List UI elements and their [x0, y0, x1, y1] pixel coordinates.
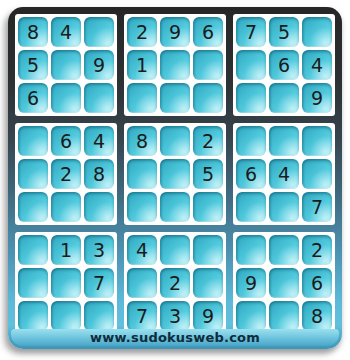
cell-r8c8[interactable] — [269, 268, 299, 298]
sudoku-box-9: 2968 — [233, 232, 335, 334]
cell-r4c5[interactable] — [160, 126, 190, 156]
footer-bar: www.sudokusweb.com — [11, 329, 339, 346]
cell-r4c6[interactable]: 2 — [193, 126, 223, 156]
page: 845962961756496428825647137427392968 www… — [0, 0, 350, 360]
cell-r2c8[interactable]: 6 — [269, 50, 299, 80]
cell-r9c9[interactable]: 8 — [302, 301, 332, 331]
cell-r4c2[interactable]: 6 — [51, 126, 81, 156]
cell-r2c2[interactable] — [51, 50, 81, 80]
cell-r4c9[interactable] — [302, 126, 332, 156]
cell-r5c1[interactable] — [18, 159, 48, 189]
cell-r7c7[interactable] — [236, 235, 266, 265]
sudoku-box-8: 42739 — [124, 232, 226, 334]
cell-r5c9[interactable] — [302, 159, 332, 189]
cell-r9c6[interactable]: 9 — [193, 301, 223, 331]
cell-r2c7[interactable] — [236, 50, 266, 80]
sudoku-box-2: 2961 — [124, 14, 226, 116]
cell-r4c4[interactable]: 8 — [127, 126, 157, 156]
cell-r6c3[interactable] — [84, 192, 114, 222]
sudoku-box-1: 84596 — [15, 14, 117, 116]
cell-r7c9[interactable]: 2 — [302, 235, 332, 265]
cell-r2c6[interactable] — [193, 50, 223, 80]
cell-r7c8[interactable] — [269, 235, 299, 265]
cell-r4c8[interactable] — [269, 126, 299, 156]
cell-r3c5[interactable] — [160, 83, 190, 113]
cell-r5c7[interactable]: 6 — [236, 159, 266, 189]
cell-r5c3[interactable]: 8 — [84, 159, 114, 189]
cell-r5c5[interactable] — [160, 159, 190, 189]
sudoku-box-7: 137 — [15, 232, 117, 334]
cell-r9c2[interactable] — [51, 301, 81, 331]
cell-r3c4[interactable] — [127, 83, 157, 113]
cell-r6c1[interactable] — [18, 192, 48, 222]
cell-r1c1[interactable]: 8 — [18, 17, 48, 47]
cell-r1c3[interactable] — [84, 17, 114, 47]
cell-r3c6[interactable] — [193, 83, 223, 113]
cell-r8c9[interactable]: 6 — [302, 268, 332, 298]
cell-r2c9[interactable]: 4 — [302, 50, 332, 80]
cell-r1c9[interactable] — [302, 17, 332, 47]
cell-r8c3[interactable]: 7 — [84, 268, 114, 298]
sudoku-box-5: 825 — [124, 123, 226, 225]
cell-r5c2[interactable]: 2 — [51, 159, 81, 189]
cell-r6c5[interactable] — [160, 192, 190, 222]
cell-r1c2[interactable]: 4 — [51, 17, 81, 47]
sudoku-board: 845962961756496428825647137427392968 www… — [8, 7, 342, 349]
cell-r2c5[interactable] — [160, 50, 190, 80]
cell-r2c4[interactable]: 1 — [127, 50, 157, 80]
cell-r6c9[interactable]: 7 — [302, 192, 332, 222]
cell-r7c4[interactable]: 4 — [127, 235, 157, 265]
cell-r7c1[interactable] — [18, 235, 48, 265]
sudoku-box-3: 75649 — [233, 14, 335, 116]
cell-r5c4[interactable] — [127, 159, 157, 189]
cell-r8c1[interactable] — [18, 268, 48, 298]
cell-r7c6[interactable] — [193, 235, 223, 265]
cell-r2c3[interactable]: 9 — [84, 50, 114, 80]
cell-r9c1[interactable] — [18, 301, 48, 331]
sudoku-box-4: 6428 — [15, 123, 117, 225]
cell-r8c5[interactable]: 2 — [160, 268, 190, 298]
cell-r6c8[interactable] — [269, 192, 299, 222]
sudoku-box-6: 647 — [233, 123, 335, 225]
cell-r2c1[interactable]: 5 — [18, 50, 48, 80]
cell-r3c3[interactable] — [84, 83, 114, 113]
cell-r7c5[interactable] — [160, 235, 190, 265]
cell-r8c2[interactable] — [51, 268, 81, 298]
cell-r6c4[interactable] — [127, 192, 157, 222]
cell-r8c4[interactable] — [127, 268, 157, 298]
cell-r4c3[interactable]: 4 — [84, 126, 114, 156]
website-link[interactable]: www.sudokusweb.com — [90, 330, 260, 345]
cell-r1c5[interactable]: 9 — [160, 17, 190, 47]
cell-r5c6[interactable]: 5 — [193, 159, 223, 189]
cell-r4c7[interactable] — [236, 126, 266, 156]
cell-r1c8[interactable]: 5 — [269, 17, 299, 47]
cell-r9c8[interactable] — [269, 301, 299, 331]
cell-r6c2[interactable] — [51, 192, 81, 222]
sudoku-boxes-grid: 845962961756496428825647137427392968 — [15, 14, 335, 334]
cell-r8c7[interactable]: 9 — [236, 268, 266, 298]
cell-r9c4[interactable]: 7 — [127, 301, 157, 331]
cell-r6c6[interactable] — [193, 192, 223, 222]
cell-r6c7[interactable] — [236, 192, 266, 222]
cell-r1c4[interactable]: 2 — [127, 17, 157, 47]
cell-r4c1[interactable] — [18, 126, 48, 156]
cell-r9c7[interactable] — [236, 301, 266, 331]
cell-r3c7[interactable] — [236, 83, 266, 113]
cell-r3c8[interactable] — [269, 83, 299, 113]
cell-r1c6[interactable]: 6 — [193, 17, 223, 47]
cell-r9c3[interactable] — [84, 301, 114, 331]
cell-r7c3[interactable]: 3 — [84, 235, 114, 265]
cell-r3c2[interactable] — [51, 83, 81, 113]
cell-r3c9[interactable]: 9 — [302, 83, 332, 113]
cell-r8c6[interactable] — [193, 268, 223, 298]
cell-r1c7[interactable]: 7 — [236, 17, 266, 47]
cell-r7c2[interactable]: 1 — [51, 235, 81, 265]
cell-r5c8[interactable]: 4 — [269, 159, 299, 189]
cell-r3c1[interactable]: 6 — [18, 83, 48, 113]
cell-r9c5[interactable]: 3 — [160, 301, 190, 331]
